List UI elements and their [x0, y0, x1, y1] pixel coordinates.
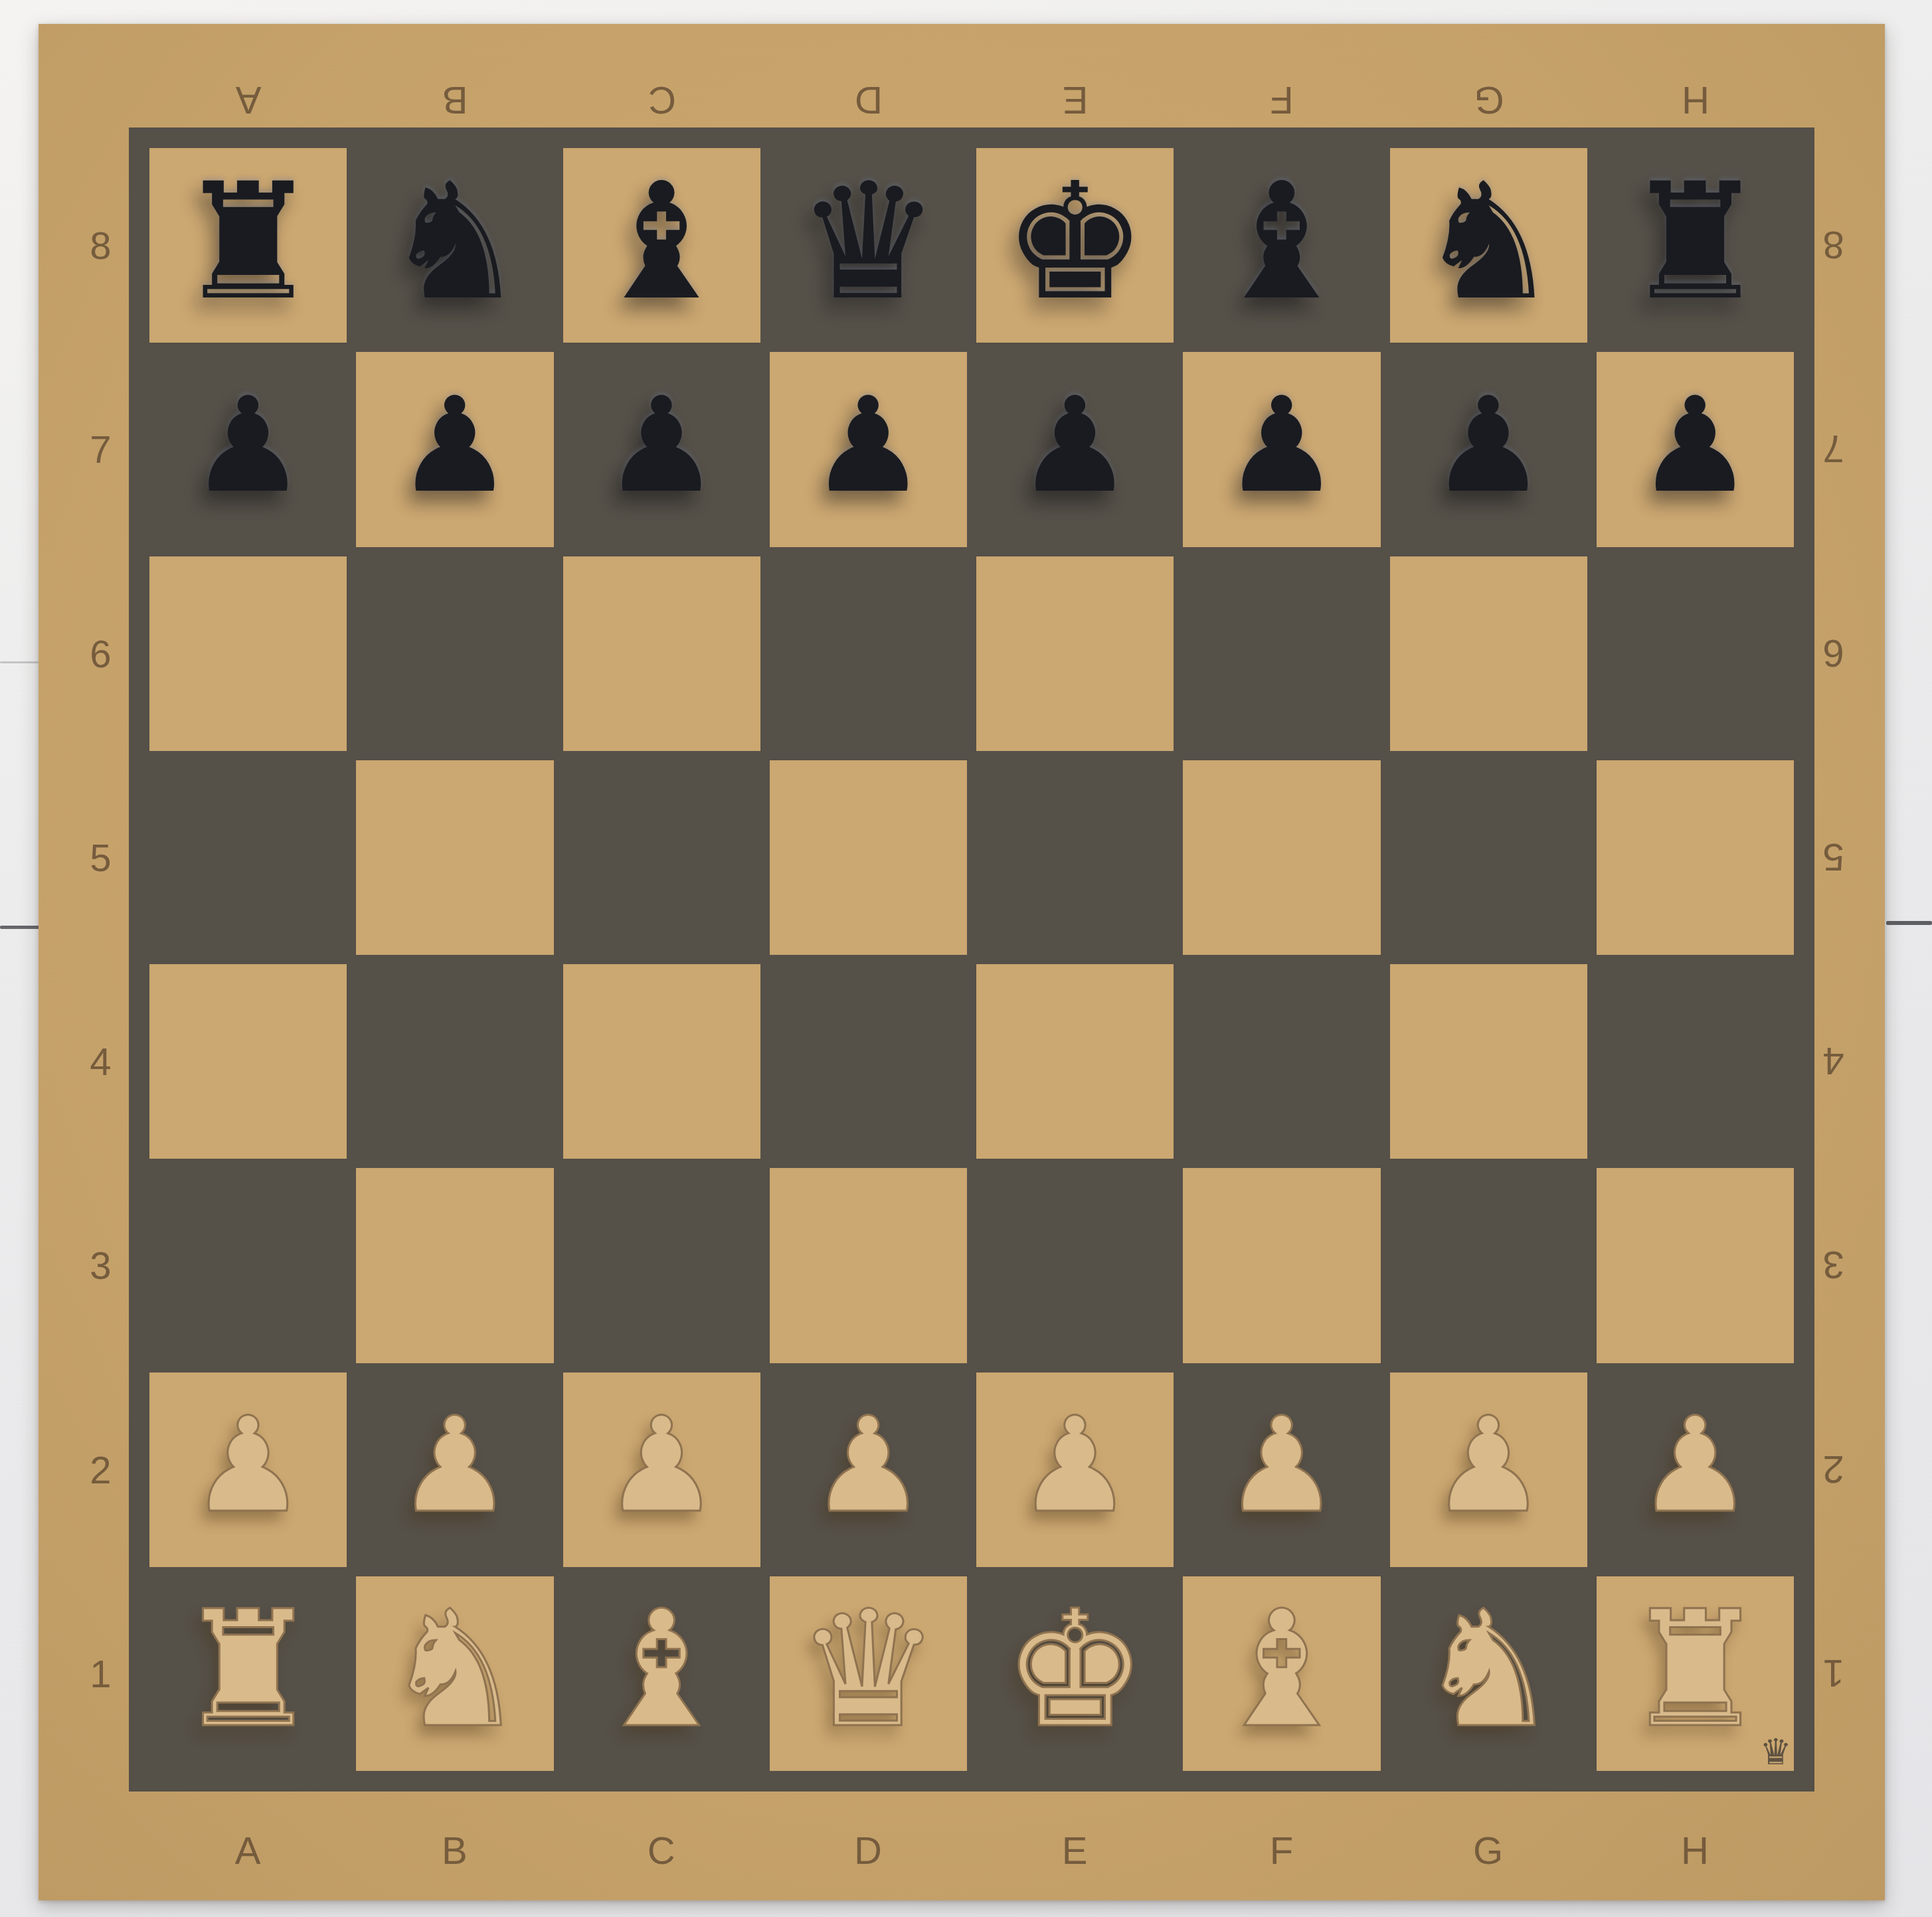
square-f5[interactable] — [1178, 756, 1385, 959]
square-e4[interactable] — [972, 959, 1178, 1163]
rank-label-left-7: 7 — [73, 347, 129, 551]
piece-white-pawn-c2[interactable]: ♟ — [602, 1400, 721, 1531]
piece-white-pawn-f2[interactable]: ♟ — [1223, 1400, 1341, 1531]
file-label-bottom-c: C — [559, 1818, 765, 1882]
rank-label-left-5: 5 — [73, 756, 129, 959]
rank-label-left-8: 8 — [73, 143, 129, 347]
square-c5[interactable] — [559, 756, 765, 959]
square-e5[interactable] — [972, 756, 1178, 959]
rank-label-left-6: 6 — [73, 552, 129, 756]
file-label-bottom-d: D — [765, 1818, 972, 1882]
square-f3[interactable] — [1178, 1163, 1385, 1367]
piece-black-pawn-h7[interactable]: ♟ — [1636, 380, 1755, 511]
piece-white-pawn-a2[interactable]: ♟ — [189, 1400, 307, 1531]
square-d2[interactable]: ♟ — [765, 1368, 972, 1572]
piece-black-bishop-f8[interactable]: ♝ — [1209, 161, 1354, 322]
piece-white-rook-h1[interactable]: ♜ — [1623, 1589, 1767, 1750]
piece-black-rook-a8[interactable]: ♜ — [176, 161, 320, 322]
square-g2[interactable]: ♟ — [1385, 1368, 1592, 1572]
piece-black-pawn-a7[interactable]: ♟ — [189, 380, 307, 511]
square-h7[interactable]: ♟ — [1592, 347, 1799, 551]
piece-white-rook-a1[interactable]: ♜ — [176, 1589, 320, 1750]
square-a7[interactable]: ♟ — [145, 347, 351, 551]
file-label-top-d: D — [765, 73, 972, 129]
file-labels-bottom: ABCDEFGH — [145, 1818, 1799, 1882]
piece-white-king-e1[interactable]: ♚ — [1003, 1589, 1147, 1750]
square-b4[interactable] — [351, 959, 558, 1163]
piece-white-knight-b1[interactable]: ♞ — [383, 1589, 527, 1750]
square-d4[interactable] — [765, 959, 972, 1163]
file-label-top-e: E — [972, 73, 1178, 129]
square-c2[interactable]: ♟ — [559, 1368, 765, 1572]
square-a2[interactable]: ♟ — [145, 1368, 351, 1572]
square-b5[interactable] — [351, 756, 558, 959]
square-a6[interactable] — [145, 552, 351, 756]
square-h5[interactable] — [1592, 756, 1799, 959]
square-e1[interactable]: ♚ — [972, 1572, 1178, 1776]
square-e8[interactable]: ♚ — [972, 143, 1178, 347]
piece-black-pawn-e7[interactable]: ♟ — [1016, 380, 1134, 511]
piece-white-pawn-h2[interactable]: ♟ — [1636, 1400, 1755, 1531]
piece-black-queen-d8[interactable]: ♛ — [796, 161, 940, 322]
piece-white-knight-g1[interactable]: ♞ — [1417, 1589, 1561, 1750]
piece-black-pawn-g7[interactable]: ♟ — [1429, 380, 1547, 511]
playing-field: ♜♞♝♛♚♝♞♜♟♟♟♟♟♟♟♟♟♟♟♟♟♟♟♟♜♞♝♛♚♝♞♜ ♛ — [129, 127, 1814, 1792]
square-c7[interactable]: ♟ — [559, 347, 765, 551]
square-b2[interactable]: ♟ — [351, 1368, 558, 1572]
piece-white-pawn-b2[interactable]: ♟ — [396, 1400, 514, 1531]
square-g5[interactable] — [1385, 756, 1592, 959]
piece-white-bishop-f1[interactable]: ♝ — [1209, 1589, 1354, 1750]
rank-label-left-4: 4 — [73, 959, 129, 1163]
file-label-top-b: B — [351, 73, 558, 129]
piece-white-pawn-e2[interactable]: ♟ — [1016, 1400, 1134, 1531]
piece-black-rook-h8[interactable]: ♜ — [1623, 161, 1767, 322]
file-label-top-c: C — [559, 73, 765, 129]
piece-white-pawn-g2[interactable]: ♟ — [1429, 1400, 1547, 1531]
file-label-top-f: F — [1178, 73, 1385, 129]
square-f1[interactable]: ♝ — [1178, 1572, 1385, 1776]
file-label-bottom-a: A — [145, 1818, 351, 1882]
square-a1[interactable]: ♜ — [145, 1572, 351, 1776]
rank-label-left-1: 1 — [73, 1572, 129, 1776]
square-h4[interactable] — [1592, 959, 1799, 1163]
square-e7[interactable]: ♟ — [972, 347, 1178, 551]
board-grid: ♜♞♝♛♚♝♞♜♟♟♟♟♟♟♟♟♟♟♟♟♟♟♟♟♜♞♝♛♚♝♞♜ — [145, 143, 1799, 1776]
file-label-bottom-b: B — [351, 1818, 558, 1882]
square-a4[interactable] — [145, 959, 351, 1163]
piece-black-pawn-d7[interactable]: ♟ — [810, 380, 928, 511]
square-g4[interactable] — [1385, 959, 1592, 1163]
piece-white-bishop-c1[interactable]: ♝ — [590, 1589, 734, 1750]
square-d1[interactable]: ♛ — [765, 1572, 972, 1776]
square-h8[interactable]: ♜ — [1592, 143, 1799, 347]
piece-black-bishop-c8[interactable]: ♝ — [590, 161, 734, 322]
square-g8[interactable]: ♞ — [1385, 143, 1592, 347]
square-g3[interactable] — [1385, 1163, 1592, 1367]
square-c4[interactable] — [559, 959, 765, 1163]
square-g6[interactable] — [1385, 552, 1592, 756]
piece-black-king-e8[interactable]: ♚ — [1003, 161, 1147, 322]
table-seam-left-faint — [0, 661, 39, 663]
square-d6[interactable] — [765, 552, 972, 756]
piece-black-pawn-f7[interactable]: ♟ — [1223, 380, 1341, 511]
square-c1[interactable]: ♝ — [559, 1572, 765, 1776]
table-seam-right — [1886, 921, 1932, 925]
square-b3[interactable] — [351, 1163, 558, 1367]
file-label-top-g: G — [1385, 73, 1592, 129]
piece-white-pawn-d2[interactable]: ♟ — [810, 1400, 928, 1531]
square-g1[interactable]: ♞ — [1385, 1572, 1592, 1776]
file-label-bottom-g: G — [1385, 1818, 1592, 1882]
square-b7[interactable]: ♟ — [351, 347, 558, 551]
square-d3[interactable] — [765, 1163, 972, 1367]
square-b8[interactable]: ♞ — [351, 143, 558, 347]
square-c8[interactable]: ♝ — [559, 143, 765, 347]
square-g7[interactable]: ♟ — [1385, 347, 1592, 551]
square-d7[interactable]: ♟ — [765, 347, 972, 551]
square-b6[interactable] — [351, 552, 558, 756]
table-seam-left — [0, 926, 40, 929]
rank-label-left-2: 2 — [73, 1368, 129, 1572]
square-h2[interactable]: ♟ — [1592, 1368, 1799, 1572]
square-f8[interactable]: ♝ — [1178, 143, 1385, 347]
piece-black-knight-g8[interactable]: ♞ — [1417, 161, 1561, 322]
file-label-bottom-e: E — [972, 1818, 1178, 1882]
file-label-top-a: A — [145, 73, 351, 129]
square-c6[interactable] — [559, 552, 765, 756]
square-f7[interactable]: ♟ — [1178, 347, 1385, 551]
board-maker-logo-icon: ♛ — [1760, 1734, 1792, 1770]
square-h3[interactable] — [1592, 1163, 1799, 1367]
square-b1[interactable]: ♞ — [351, 1572, 558, 1776]
file-label-top-h: H — [1592, 73, 1799, 129]
file-label-bottom-f: F — [1178, 1818, 1385, 1882]
square-a8[interactable]: ♜ — [145, 143, 351, 347]
square-f2[interactable]: ♟ — [1178, 1368, 1385, 1572]
square-e6[interactable] — [972, 552, 1178, 756]
rank-labels-left: 87654321 — [73, 143, 129, 1776]
square-a5[interactable] — [145, 756, 351, 959]
square-h6[interactable] — [1592, 552, 1799, 756]
square-e3[interactable] — [972, 1163, 1178, 1367]
file-labels-top: ABCDEFGH — [145, 73, 1799, 129]
file-label-bottom-h: H — [1592, 1818, 1799, 1882]
square-a3[interactable] — [145, 1163, 351, 1367]
piece-black-knight-b8[interactable]: ♞ — [383, 161, 527, 322]
rank-label-left-3: 3 — [73, 1163, 129, 1367]
square-e2[interactable]: ♟ — [972, 1368, 1178, 1572]
square-c3[interactable] — [559, 1163, 765, 1367]
piece-black-pawn-b7[interactable]: ♟ — [396, 380, 514, 511]
square-d8[interactable]: ♛ — [765, 143, 972, 347]
piece-white-queen-d1[interactable]: ♛ — [796, 1589, 940, 1750]
piece-black-pawn-c7[interactable]: ♟ — [602, 380, 721, 511]
chess-board: ABCDEFGH ABCDEFGH 87654321 87654321 ♜♞♝♛… — [39, 24, 1885, 1900]
square-d5[interactable] — [765, 756, 972, 959]
square-f4[interactable] — [1178, 959, 1385, 1163]
square-f6[interactable] — [1178, 552, 1385, 756]
